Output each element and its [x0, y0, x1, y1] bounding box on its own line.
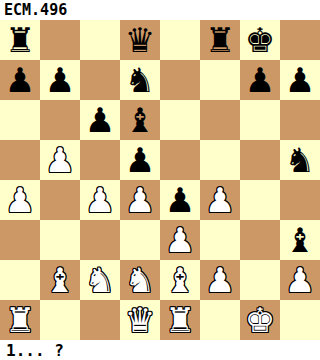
white-pawn: ♟ — [165, 220, 195, 260]
square-f2[interactable]: ♟ — [200, 260, 240, 300]
square-e3[interactable]: ♟ — [160, 220, 200, 260]
black-pawn: ♟ — [285, 60, 315, 100]
square-a5[interactable] — [0, 140, 40, 180]
square-f5[interactable] — [200, 140, 240, 180]
square-h5[interactable]: ♞ — [280, 140, 320, 180]
white-king: ♚ — [245, 300, 275, 340]
square-e4[interactable]: ♟ — [160, 180, 200, 220]
square-h7[interactable]: ♟ — [280, 60, 320, 100]
square-a3[interactable] — [0, 220, 40, 260]
square-c1[interactable] — [80, 300, 120, 340]
white-bishop: ♝ — [165, 260, 195, 300]
white-pawn: ♟ — [85, 180, 115, 220]
black-pawn: ♟ — [85, 100, 115, 140]
white-queen: ♛ — [125, 300, 155, 340]
square-d1[interactable]: ♛ — [120, 300, 160, 340]
black-bishop: ♝ — [125, 100, 155, 140]
white-knight: ♞ — [125, 260, 155, 300]
white-rook: ♜ — [5, 300, 35, 340]
black-bishop: ♝ — [285, 220, 315, 260]
square-g8[interactable]: ♚ — [240, 20, 280, 60]
square-d2[interactable]: ♞ — [120, 260, 160, 300]
square-e6[interactable] — [160, 100, 200, 140]
square-a7[interactable]: ♟ — [0, 60, 40, 100]
square-f4[interactable]: ♟ — [200, 180, 240, 220]
black-pawn: ♟ — [45, 60, 75, 100]
square-d4[interactable]: ♟ — [120, 180, 160, 220]
square-d7[interactable]: ♞ — [120, 60, 160, 100]
square-h1[interactable] — [280, 300, 320, 340]
square-f7[interactable] — [200, 60, 240, 100]
white-pawn: ♟ — [205, 260, 235, 300]
white-pawn: ♟ — [125, 180, 155, 220]
square-e8[interactable] — [160, 20, 200, 60]
square-g5[interactable] — [240, 140, 280, 180]
square-c6[interactable]: ♟ — [80, 100, 120, 140]
white-bishop: ♝ — [45, 260, 75, 300]
square-c7[interactable] — [80, 60, 120, 100]
square-g3[interactable] — [240, 220, 280, 260]
square-d6[interactable]: ♝ — [120, 100, 160, 140]
black-rook: ♜ — [205, 20, 235, 60]
square-e1[interactable]: ♜ — [160, 300, 200, 340]
black-pawn: ♟ — [125, 140, 155, 180]
square-d8[interactable]: ♛ — [120, 20, 160, 60]
square-a6[interactable] — [0, 100, 40, 140]
square-b7[interactable]: ♟ — [40, 60, 80, 100]
square-e7[interactable] — [160, 60, 200, 100]
square-e5[interactable] — [160, 140, 200, 180]
square-g7[interactable]: ♟ — [240, 60, 280, 100]
square-c5[interactable] — [80, 140, 120, 180]
black-knight: ♞ — [285, 140, 315, 180]
square-b2[interactable]: ♝ — [40, 260, 80, 300]
white-pawn: ♟ — [5, 180, 35, 220]
white-pawn: ♟ — [285, 260, 315, 300]
square-a2[interactable] — [0, 260, 40, 300]
square-b8[interactable] — [40, 20, 80, 60]
square-b3[interactable] — [40, 220, 80, 260]
move-prompt: 1... ? — [0, 340, 320, 360]
chess-board: ♜♛♜♚♟♟♞♟♟♟♝♟♟♞♟♟♟♟♟♟♝♝♞♞♝♟♟♜♛♜♚ — [0, 20, 320, 340]
square-a8[interactable]: ♜ — [0, 20, 40, 60]
square-b4[interactable] — [40, 180, 80, 220]
black-queen: ♛ — [125, 20, 155, 60]
white-pawn: ♟ — [45, 140, 75, 180]
square-c8[interactable] — [80, 20, 120, 60]
black-king: ♚ — [245, 20, 275, 60]
black-pawn: ♟ — [165, 180, 195, 220]
square-f6[interactable] — [200, 100, 240, 140]
square-b1[interactable] — [40, 300, 80, 340]
square-a1[interactable]: ♜ — [0, 300, 40, 340]
square-h4[interactable] — [280, 180, 320, 220]
square-f8[interactable]: ♜ — [200, 20, 240, 60]
square-g4[interactable] — [240, 180, 280, 220]
white-rook: ♜ — [165, 300, 195, 340]
square-f3[interactable] — [200, 220, 240, 260]
square-e2[interactable]: ♝ — [160, 260, 200, 300]
square-g2[interactable] — [240, 260, 280, 300]
square-c3[interactable] — [80, 220, 120, 260]
black-rook: ♜ — [5, 20, 35, 60]
square-c4[interactable]: ♟ — [80, 180, 120, 220]
square-g6[interactable] — [240, 100, 280, 140]
square-h3[interactable]: ♝ — [280, 220, 320, 260]
puzzle-id: ECM.496 — [0, 0, 320, 20]
black-pawn: ♟ — [245, 60, 275, 100]
square-d5[interactable]: ♟ — [120, 140, 160, 180]
black-knight: ♞ — [125, 60, 155, 100]
square-d3[interactable] — [120, 220, 160, 260]
white-knight: ♞ — [85, 260, 115, 300]
square-b6[interactable] — [40, 100, 80, 140]
square-f1[interactable] — [200, 300, 240, 340]
black-pawn: ♟ — [5, 60, 35, 100]
square-h2[interactable]: ♟ — [280, 260, 320, 300]
square-b5[interactable]: ♟ — [40, 140, 80, 180]
square-h6[interactable] — [280, 100, 320, 140]
square-g1[interactable]: ♚ — [240, 300, 280, 340]
square-c2[interactable]: ♞ — [80, 260, 120, 300]
white-pawn: ♟ — [205, 180, 235, 220]
square-a4[interactable]: ♟ — [0, 180, 40, 220]
square-h8[interactable] — [280, 20, 320, 60]
